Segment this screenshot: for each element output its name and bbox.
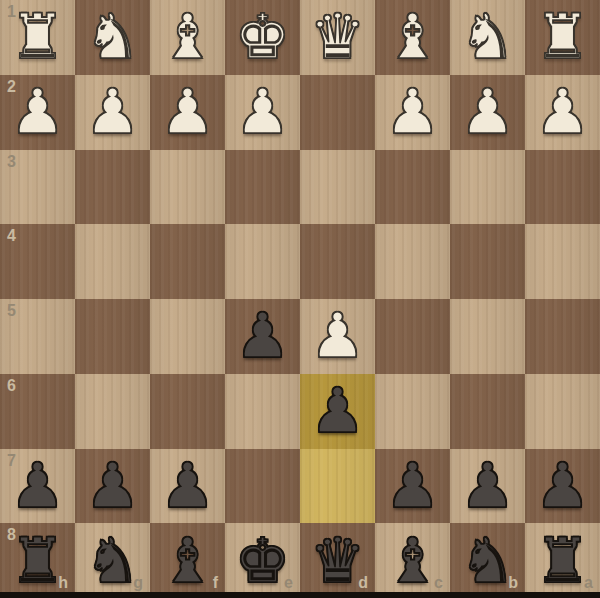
black-knight-b8[interactable]: ♞ [460,524,516,598]
black-king-e8[interactable]: ♚ [235,524,291,598]
white-pawn-d5[interactable]: ♟ [310,299,366,373]
square-d2[interactable] [300,75,375,150]
square-b2[interactable]: ♟ [450,75,525,150]
rank-label-6: 6 [7,377,16,395]
white-pawn-h2[interactable]: ♟ [10,75,66,149]
white-rook-a1[interactable]: ♜ [535,0,591,74]
square-a1[interactable]: ♜ [525,0,600,75]
white-king-e1[interactable]: ♚ [235,0,291,74]
square-g2[interactable]: ♟ [75,75,150,150]
square-f1[interactable]: ♝ [150,0,225,75]
square-g1[interactable]: ♞ [75,0,150,75]
square-d7[interactable] [300,449,375,524]
chess-app-viewport: ♜1♞♝♚♛♝♞♜♟2♟♟♟♟♟♟345♟♟6♟♟7♟♟♟♟♟♜8h♞g♝f♚e… [0,0,600,598]
square-d3[interactable] [300,150,375,225]
square-e2[interactable]: ♟ [225,75,300,150]
square-e4[interactable] [225,224,300,299]
black-knight-g8[interactable]: ♞ [85,524,141,598]
square-c6[interactable] [375,374,450,449]
square-d8[interactable]: ♛d [300,523,375,598]
white-knight-g1[interactable]: ♞ [85,0,141,74]
white-rook-h1[interactable]: ♜ [10,0,66,74]
white-pawn-b2[interactable]: ♟ [460,75,516,149]
black-pawn-a7[interactable]: ♟ [535,449,591,523]
black-rook-a8[interactable]: ♜ [535,524,591,598]
black-rook-h8[interactable]: ♜ [10,524,66,598]
rank-label-4: 4 [7,227,16,245]
square-a4[interactable] [525,224,600,299]
white-knight-b1[interactable]: ♞ [460,0,516,74]
square-c4[interactable] [375,224,450,299]
square-b6[interactable] [450,374,525,449]
rank-label-5: 5 [7,302,16,320]
square-h2[interactable]: ♟2 [0,75,75,150]
black-pawn-f7[interactable]: ♟ [160,449,216,523]
square-h3[interactable]: 3 [0,150,75,225]
square-d6[interactable]: ♟ [300,374,375,449]
black-pawn-h7[interactable]: ♟ [10,449,66,523]
square-g7[interactable]: ♟ [75,449,150,524]
rank-label-3: 3 [7,153,16,171]
square-g3[interactable] [75,150,150,225]
square-g6[interactable] [75,374,150,449]
square-b7[interactable]: ♟ [450,449,525,524]
square-h7[interactable]: ♟7 [0,449,75,524]
square-g8[interactable]: ♞g [75,523,150,598]
square-c7[interactable]: ♟ [375,449,450,524]
square-c5[interactable] [375,299,450,374]
square-d5[interactable]: ♟ [300,299,375,374]
white-bishop-c1[interactable]: ♝ [385,0,441,74]
square-f2[interactable]: ♟ [150,75,225,150]
square-d1[interactable]: ♛ [300,0,375,75]
square-a6[interactable] [525,374,600,449]
square-a3[interactable] [525,150,600,225]
chess-board: ♜1♞♝♚♛♝♞♜♟2♟♟♟♟♟♟345♟♟6♟♟7♟♟♟♟♟♜8h♞g♝f♚e… [0,0,600,598]
square-b5[interactable] [450,299,525,374]
square-e7[interactable] [225,449,300,524]
black-pawn-d6[interactable]: ♟ [310,374,366,448]
square-e1[interactable]: ♚ [225,0,300,75]
white-pawn-a2[interactable]: ♟ [535,75,591,149]
square-a2[interactable]: ♟ [525,75,600,150]
square-d4[interactable] [300,224,375,299]
square-b3[interactable] [450,150,525,225]
square-c1[interactable]: ♝ [375,0,450,75]
white-pawn-f2[interactable]: ♟ [160,75,216,149]
square-e3[interactable] [225,150,300,225]
black-pawn-e5[interactable]: ♟ [235,299,291,373]
white-bishop-f1[interactable]: ♝ [160,0,216,74]
square-f5[interactable] [150,299,225,374]
square-c3[interactable] [375,150,450,225]
square-h1[interactable]: ♜1 [0,0,75,75]
board-bottom-edge [0,592,600,598]
square-b1[interactable]: ♞ [450,0,525,75]
square-a7[interactable]: ♟ [525,449,600,524]
black-pawn-b7[interactable]: ♟ [460,449,516,523]
black-bishop-c8[interactable]: ♝ [385,524,441,598]
square-f4[interactable] [150,224,225,299]
square-f6[interactable] [150,374,225,449]
square-c8[interactable]: ♝c [375,523,450,598]
square-b4[interactable] [450,224,525,299]
square-c2[interactable]: ♟ [375,75,450,150]
square-f3[interactable] [150,150,225,225]
white-pawn-e2[interactable]: ♟ [235,75,291,149]
square-e8[interactable]: ♚e [225,523,300,598]
square-h8[interactable]: ♜8h [0,523,75,598]
black-queen-d8[interactable]: ♛ [310,524,366,598]
square-h4[interactable]: 4 [0,224,75,299]
black-pawn-g7[interactable]: ♟ [85,449,141,523]
square-a8[interactable]: ♜a [525,523,600,598]
black-pawn-c7[interactable]: ♟ [385,449,441,523]
square-a5[interactable] [525,299,600,374]
square-g5[interactable] [75,299,150,374]
white-pawn-c2[interactable]: ♟ [385,75,441,149]
square-g4[interactable] [75,224,150,299]
square-f8[interactable]: ♝f [150,523,225,598]
square-f7[interactable]: ♟ [150,449,225,524]
square-e6[interactable] [225,374,300,449]
square-h6[interactable]: 6 [0,374,75,449]
white-queen-d1[interactable]: ♛ [310,0,366,74]
white-pawn-g2[interactable]: ♟ [85,75,141,149]
square-h5[interactable]: 5 [0,299,75,374]
black-bishop-f8[interactable]: ♝ [160,524,216,598]
square-b8[interactable]: ♞b [450,523,525,598]
square-e5[interactable]: ♟ [225,299,300,374]
